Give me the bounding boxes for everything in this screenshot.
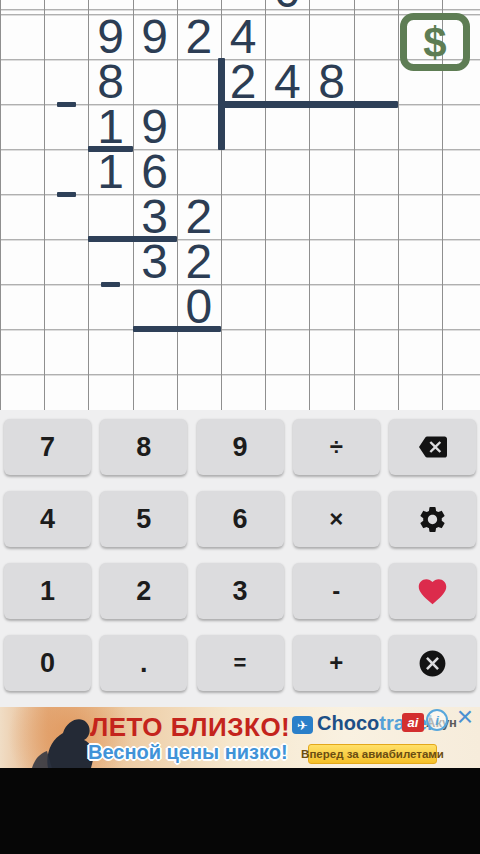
keypad: 789÷456×123-0.=+ (0, 410, 480, 707)
key-8[interactable]: 8 (100, 419, 187, 475)
ad-cta-button[interactable]: Вперед за авиабилетами (308, 744, 437, 764)
keypad-row: 123- (4, 563, 476, 619)
division-digit: 3 (133, 239, 177, 284)
key-1[interactable]: 1 (4, 563, 91, 619)
close-circle-icon (417, 648, 448, 679)
key-decimal[interactable]: . (100, 635, 187, 691)
division-digit: 0 (265, 0, 309, 13)
division-digit: 4 (221, 14, 265, 59)
key-2[interactable]: 2 (100, 563, 187, 619)
keypad-row: 0.=+ (4, 635, 476, 691)
app-screen: 992482481916323200 $ 789÷456×123-0.=+ ЛЕ… (0, 0, 480, 854)
key-backspace[interactable] (389, 419, 476, 475)
key-3[interactable]: 3 (197, 563, 284, 619)
ad-subheadline[interactable]: Весной цены низко! (88, 741, 288, 764)
money-banknote-icon: $ (399, 12, 471, 72)
subtraction-underline (88, 236, 176, 243)
key-close[interactable] (389, 635, 476, 691)
division-digit: 8 (309, 59, 353, 104)
android-nav-bar (0, 768, 480, 854)
key-multiply[interactable]: × (293, 491, 380, 547)
division-digit: 3 (133, 194, 177, 239)
division-digit: 2 (177, 239, 221, 284)
keypad-row: 456× (4, 491, 476, 547)
key-heart[interactable] (389, 563, 476, 619)
subtraction-underline (88, 146, 132, 153)
worksheet-grid[interactable]: 992482481916323200 $ (0, 0, 480, 412)
division-digit: 0 (177, 284, 221, 329)
backspace-icon (415, 433, 451, 461)
key-9[interactable]: 9 (197, 419, 284, 475)
division-digit: 2 (177, 14, 221, 59)
key-settings[interactable] (389, 491, 476, 547)
plane-icon: ✈ (292, 716, 313, 734)
ad-headline[interactable]: ЛЕТО БЛИЗКО! (90, 712, 290, 743)
minus-sign (57, 192, 76, 197)
division-digit: 9 (88, 14, 132, 59)
key-equals[interactable]: = (197, 635, 284, 691)
ad-close-icon[interactable]: × (452, 704, 478, 730)
keypad-row: 789÷ (4, 419, 476, 475)
subtraction-underline (133, 326, 221, 333)
division-digit: 8 (88, 59, 132, 104)
minus-sign (57, 102, 76, 107)
key-4[interactable]: 4 (4, 491, 91, 547)
division-digit: 2 (177, 194, 221, 239)
ad-info-icon[interactable]: i (426, 709, 448, 731)
division-digit: 4 (265, 59, 309, 104)
donate-button[interactable]: $ (399, 12, 471, 72)
dollar-glyph: $ (423, 19, 446, 66)
division-digit: 6 (133, 149, 177, 194)
division-digit: 9 (133, 14, 177, 59)
division-digit: 9 (133, 104, 177, 149)
division-digit: 2 (221, 59, 265, 104)
minus-sign (101, 282, 120, 287)
key-0[interactable]: 0 (4, 635, 91, 691)
key-6[interactable]: 6 (197, 491, 284, 547)
key-minus[interactable]: - (293, 563, 380, 619)
key-plus[interactable]: + (293, 635, 380, 691)
division-bracket-horizontal (221, 101, 398, 108)
gear-icon (417, 504, 448, 535)
key-divide[interactable]: ÷ (293, 419, 380, 475)
division-digit: 1 (88, 104, 132, 149)
division-digit: 1 (88, 149, 132, 194)
heart-icon (416, 575, 449, 608)
key-7[interactable]: 7 (4, 419, 91, 475)
ai-logo-icon: ai (402, 713, 424, 732)
brand-choco: Choco (317, 712, 379, 734)
key-5[interactable]: 5 (100, 491, 187, 547)
